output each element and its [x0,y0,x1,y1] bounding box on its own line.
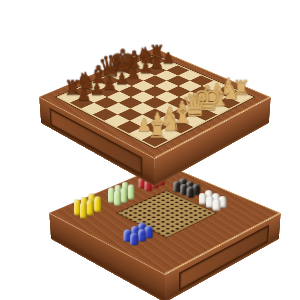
chess-board-perspective: ♜♞♝♛♚♝♞♜♟♟♟♟♟♟♟♟♟♟♟♟♟♟♟♟♜♞♝♛♚♝♞♜ [0,0,300,300]
chess-piece-white-p: ♟ [165,99,198,116]
chess-piece-white-p: ♟ [139,111,173,128]
chess-game-box: ♜♞♝♛♚♝♞♜♟♟♟♟♟♟♟♟♟♟♟♟♟♟♟♟♜♞♝♛♚♝♞♜ [39,48,271,158]
chess-piece-white-p: ♟ [126,117,160,134]
chess-piece-white-r: ♜ [139,119,174,141]
chess-piece-white-b: ♝ [165,101,199,128]
chess-piece-white-n: ♞ [152,109,186,134]
chess-piece-white-p: ♟ [152,105,186,122]
product-photo-scene: ♜♞♝♛♚♝♞♜♟♟♟♟♟♟♟♟♟♟♟♟♟♟♟♟♜♞♝♛♚♝♞♜ [0,0,300,300]
